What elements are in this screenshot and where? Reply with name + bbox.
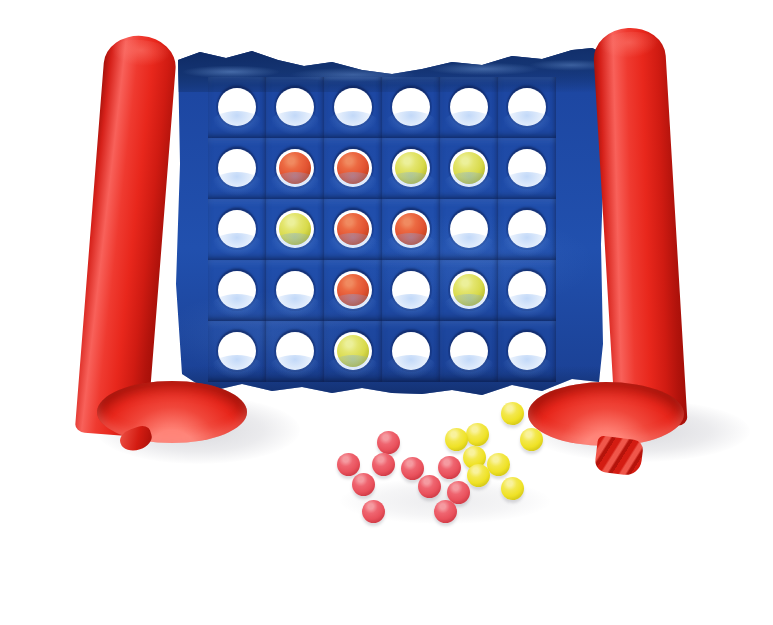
hole <box>392 332 430 370</box>
cell-r5-c4[interactable] <box>382 321 440 382</box>
cell-r5-c1[interactable] <box>208 321 266 382</box>
cell-r3-c5[interactable] <box>440 199 498 260</box>
cell-r3-c3[interactable] <box>324 199 382 260</box>
hole <box>334 210 372 248</box>
inflatable-connect-four-photo <box>0 0 773 625</box>
cell-r4-c2[interactable] <box>266 260 324 321</box>
red-piece[interactable] <box>337 274 369 306</box>
yellow-ball-loose[interactable] <box>467 464 490 487</box>
hole <box>334 88 372 126</box>
yellow-ball-loose[interactable] <box>501 402 524 425</box>
yellow-ball-loose[interactable] <box>501 477 524 500</box>
cell-r2-c4[interactable] <box>382 138 440 199</box>
cell-r2-c3[interactable] <box>324 138 382 199</box>
hole <box>508 149 546 187</box>
red-piece[interactable] <box>337 213 369 245</box>
connect-four-board <box>170 44 606 396</box>
yellow-ball-loose[interactable] <box>466 423 489 446</box>
red-ball-loose[interactable] <box>418 475 441 498</box>
cell-r5-c2[interactable] <box>266 321 324 382</box>
cell-r4-c6[interactable] <box>498 260 556 321</box>
red-ball-loose[interactable] <box>337 453 360 476</box>
hole <box>334 149 372 187</box>
red-piece[interactable] <box>395 213 427 245</box>
red-ball-loose[interactable] <box>377 431 400 454</box>
yellow-piece[interactable] <box>453 274 485 306</box>
cell-r2-c1[interactable] <box>208 138 266 199</box>
hole <box>392 271 430 309</box>
board-grid <box>208 77 556 382</box>
hole <box>276 332 314 370</box>
hole <box>218 88 256 126</box>
red-ball-loose[interactable] <box>362 500 385 523</box>
red-piece[interactable] <box>337 152 369 184</box>
cell-r3-c2[interactable] <box>266 199 324 260</box>
cell-r1-c6[interactable] <box>498 77 556 138</box>
red-ball-loose[interactable] <box>352 473 375 496</box>
hole <box>508 271 546 309</box>
hole <box>450 149 488 187</box>
cell-r4-c4[interactable] <box>382 260 440 321</box>
cell-r5-c5[interactable] <box>440 321 498 382</box>
hole <box>218 271 256 309</box>
hole <box>392 88 430 126</box>
hole <box>276 149 314 187</box>
red-ball-loose[interactable] <box>372 453 395 476</box>
hole <box>392 210 430 248</box>
cell-r5-c3[interactable] <box>324 321 382 382</box>
cell-r1-c4[interactable] <box>382 77 440 138</box>
cell-r5-c6[interactable] <box>498 321 556 382</box>
yellow-piece[interactable] <box>453 152 485 184</box>
hole <box>508 210 546 248</box>
cell-r4-c3[interactable] <box>324 260 382 321</box>
hole <box>450 332 488 370</box>
right-base-flap <box>594 435 644 476</box>
cell-r4-c5[interactable] <box>440 260 498 321</box>
cell-r2-c2[interactable] <box>266 138 324 199</box>
hole <box>276 271 314 309</box>
hole <box>276 210 314 248</box>
hole <box>450 88 488 126</box>
red-ball-loose[interactable] <box>434 500 457 523</box>
right-pillar <box>592 26 688 430</box>
hole <box>334 271 372 309</box>
cell-r1-c3[interactable] <box>324 77 382 138</box>
yellow-piece[interactable] <box>395 152 427 184</box>
cell-r3-c6[interactable] <box>498 199 556 260</box>
cell-r1-c1[interactable] <box>208 77 266 138</box>
cell-r3-c1[interactable] <box>208 199 266 260</box>
yellow-piece[interactable] <box>337 335 369 367</box>
yellow-ball-loose[interactable] <box>520 428 543 451</box>
hole <box>334 332 372 370</box>
left-pillar <box>75 33 178 437</box>
cell-r3-c4[interactable] <box>382 199 440 260</box>
hole <box>218 149 256 187</box>
hole <box>218 210 256 248</box>
cell-r2-c5[interactable] <box>440 138 498 199</box>
hole <box>508 332 546 370</box>
cell-r1-c5[interactable] <box>440 77 498 138</box>
yellow-piece[interactable] <box>279 213 311 245</box>
cell-r4-c1[interactable] <box>208 260 266 321</box>
left-base-ring <box>97 381 247 443</box>
red-piece[interactable] <box>279 152 311 184</box>
red-ball-loose[interactable] <box>438 456 461 479</box>
hole <box>276 88 314 126</box>
cell-r2-c6[interactable] <box>498 138 556 199</box>
yellow-ball-loose[interactable] <box>445 428 468 451</box>
red-ball-loose[interactable] <box>401 457 424 480</box>
hole <box>508 88 546 126</box>
cell-r1-c2[interactable] <box>266 77 324 138</box>
hole <box>218 332 256 370</box>
hole <box>450 210 488 248</box>
hole <box>450 271 488 309</box>
hole <box>392 149 430 187</box>
yellow-ball-loose[interactable] <box>487 453 510 476</box>
